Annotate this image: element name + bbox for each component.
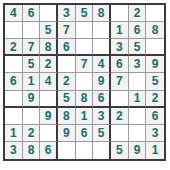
cell-r8c9[interactable]: 3 — [146, 125, 164, 142]
cell-r7c8[interactable] — [129, 108, 147, 125]
cell-r7c2[interactable] — [23, 108, 41, 125]
cell-r9c1[interactable]: 3 — [5, 142, 23, 159]
cell-r2c8[interactable]: 6 — [129, 22, 147, 39]
cell-r7c9[interactable]: 6 — [146, 108, 164, 125]
cell-r3c6[interactable] — [93, 39, 111, 56]
cell-r5c4[interactable]: 2 — [58, 73, 76, 90]
cell-r1c2[interactable]: 6 — [23, 5, 41, 22]
cell-r1c9[interactable] — [146, 5, 164, 22]
cell-r8c3[interactable] — [40, 125, 58, 142]
cell-r7c5[interactable]: 1 — [76, 108, 94, 125]
cell-r1c1[interactable]: 4 — [5, 5, 23, 22]
cell-r5c7[interactable]: 7 — [111, 73, 129, 90]
cell-r9c5[interactable] — [76, 142, 94, 159]
cell-r4c5[interactable]: 7 — [76, 56, 94, 73]
cell-r5c6[interactable]: 9 — [93, 73, 111, 90]
cell-r3c5[interactable] — [76, 39, 94, 56]
cell-r9c2[interactable]: 8 — [23, 142, 41, 159]
cell-r2c7[interactable]: 1 — [111, 22, 129, 39]
cell-r9c8[interactable]: 9 — [129, 142, 147, 159]
cell-r9c3[interactable]: 6 — [40, 142, 58, 159]
cell-r7c4[interactable]: 8 — [58, 108, 76, 125]
cell-r8c8[interactable] — [129, 125, 147, 142]
cell-r5c9[interactable]: 5 — [146, 73, 164, 90]
cell-r3c4[interactable]: 6 — [58, 39, 76, 56]
cell-r6c1[interactable] — [5, 91, 23, 108]
cell-r4c3[interactable]: 2 — [40, 56, 58, 73]
cell-r7c1[interactable] — [5, 108, 23, 125]
cell-r4c4[interactable] — [58, 56, 76, 73]
cell-r2c2[interactable] — [23, 22, 41, 39]
cell-r3c2[interactable]: 7 — [23, 39, 41, 56]
cell-r8c5[interactable]: 6 — [76, 125, 94, 142]
cell-r4c2[interactable]: 5 — [23, 56, 41, 73]
cell-r8c4[interactable]: 9 — [58, 125, 76, 142]
cell-r5c1[interactable]: 6 — [5, 73, 23, 90]
cell-r7c6[interactable]: 3 — [93, 108, 111, 125]
cell-r4c8[interactable]: 3 — [129, 56, 147, 73]
cell-r6c8[interactable]: 1 — [129, 91, 147, 108]
cell-r8c1[interactable]: 1 — [5, 125, 23, 142]
cell-r6c2[interactable]: 9 — [23, 91, 41, 108]
cell-r3c8[interactable]: 5 — [129, 39, 147, 56]
cell-r5c2[interactable]: 1 — [23, 73, 41, 90]
cell-r4c6[interactable]: 4 — [93, 56, 111, 73]
cell-r2c5[interactable] — [76, 22, 94, 39]
cell-r6c7[interactable] — [111, 91, 129, 108]
cell-r3c7[interactable]: 3 — [111, 39, 129, 56]
cell-r2c3[interactable]: 5 — [40, 22, 58, 39]
sudoku-board: 4635825716827863552746396142975958612981… — [3, 3, 166, 161]
cell-r1c6[interactable]: 8 — [93, 5, 111, 22]
cell-r6c5[interactable]: 8 — [76, 91, 94, 108]
cell-r3c1[interactable]: 2 — [5, 39, 23, 56]
cell-r6c4[interactable]: 5 — [58, 91, 76, 108]
cell-r8c6[interactable]: 5 — [93, 125, 111, 142]
cell-r5c5[interactable] — [76, 73, 94, 90]
cell-r5c3[interactable]: 4 — [40, 73, 58, 90]
cell-r8c7[interactable] — [111, 125, 129, 142]
cell-r8c2[interactable]: 2 — [23, 125, 41, 142]
cell-r3c3[interactable]: 8 — [40, 39, 58, 56]
cell-r6c3[interactable] — [40, 91, 58, 108]
cell-r1c7[interactable] — [111, 5, 129, 22]
cell-r6c6[interactable]: 6 — [93, 91, 111, 108]
cell-r4c9[interactable]: 9 — [146, 56, 164, 73]
cell-r9c4[interactable] — [58, 142, 76, 159]
cell-r7c7[interactable]: 2 — [111, 108, 129, 125]
cell-r9c6[interactable] — [93, 142, 111, 159]
cell-r1c4[interactable]: 3 — [58, 5, 76, 22]
cell-r2c4[interactable]: 7 — [58, 22, 76, 39]
cell-r6c9[interactable]: 2 — [146, 91, 164, 108]
cell-r3c9[interactable] — [146, 39, 164, 56]
cell-r2c9[interactable]: 8 — [146, 22, 164, 39]
cell-r1c3[interactable] — [40, 5, 58, 22]
cell-r2c6[interactable] — [93, 22, 111, 39]
cell-r9c7[interactable]: 5 — [111, 142, 129, 159]
cell-r4c7[interactable]: 6 — [111, 56, 129, 73]
cell-r9c9[interactable]: 1 — [146, 142, 164, 159]
cell-r4c1[interactable] — [5, 56, 23, 73]
cell-r7c3[interactable]: 9 — [40, 108, 58, 125]
cell-r2c1[interactable] — [5, 22, 23, 39]
cell-r5c8[interactable] — [129, 73, 147, 90]
cell-r1c5[interactable]: 5 — [76, 5, 94, 22]
cell-r1c8[interactable]: 2 — [129, 5, 147, 22]
